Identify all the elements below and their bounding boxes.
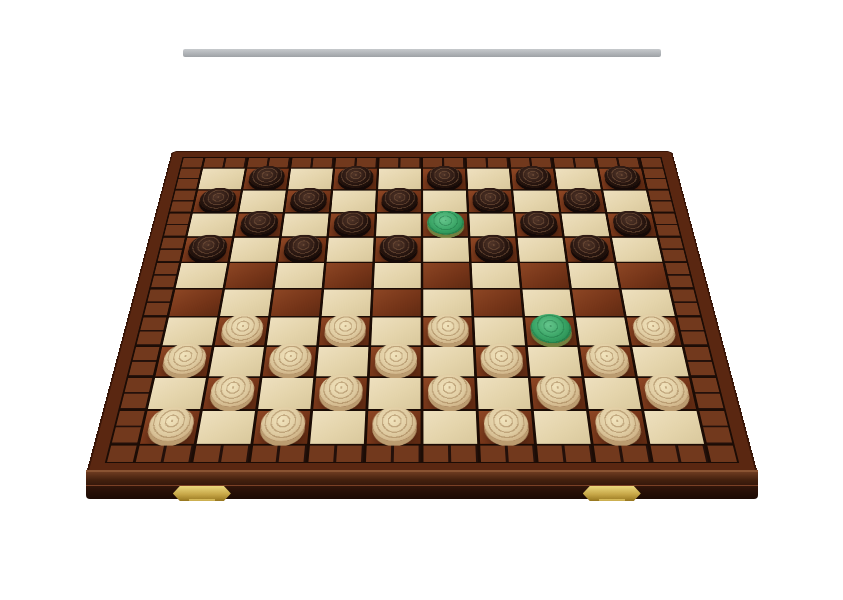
square-r7c5[interactable] (371, 317, 421, 345)
light-man[interactable] (427, 314, 468, 343)
frame-cell (308, 446, 363, 462)
square-r3c6[interactable] (423, 214, 468, 237)
square-r3c5[interactable] (376, 214, 421, 237)
square-r1c8[interactable] (511, 169, 556, 190)
square-r3c9[interactable] (561, 214, 609, 237)
square-r2c8[interactable] (513, 191, 559, 213)
square-r9c9[interactable] (584, 378, 641, 409)
dark-man[interactable] (518, 211, 558, 235)
square-r9c8[interactable] (530, 378, 585, 409)
light-man[interactable] (160, 343, 208, 374)
frame-cell (128, 347, 159, 376)
square-r10c7[interactable] (478, 411, 533, 444)
square-r3c4[interactable] (328, 214, 374, 237)
square-r6c4[interactable] (321, 290, 370, 316)
square-r7c3[interactable] (266, 317, 318, 345)
frame-cell (671, 290, 700, 316)
square-r2c9[interactable] (558, 191, 605, 213)
square-r4c5[interactable] (374, 238, 420, 262)
square-r5c1[interactable] (175, 263, 227, 288)
draughts-board (88, 152, 755, 472)
frame-cell (653, 214, 679, 237)
square-r6c1[interactable] (169, 290, 222, 316)
light-man[interactable] (371, 406, 416, 440)
light-man[interactable] (317, 374, 362, 407)
frame-cell (365, 446, 420, 462)
square-r5c2[interactable] (225, 263, 275, 288)
square-r7c8[interactable] (525, 317, 577, 345)
dark-man[interactable] (602, 166, 642, 188)
square-r8c10[interactable] (632, 347, 688, 376)
frame-cell (665, 263, 693, 288)
frame-cell (143, 290, 172, 316)
square-r1c7[interactable] (467, 169, 511, 190)
square-r5c4[interactable] (324, 263, 372, 288)
square-r1c6[interactable] (423, 169, 466, 190)
square-r10c10[interactable] (644, 411, 704, 444)
square-r8c6[interactable] (423, 347, 474, 376)
dark-man[interactable] (197, 188, 238, 211)
square-r7c6[interactable] (423, 317, 473, 345)
dark-man[interactable] (238, 211, 279, 235)
square-r2c6[interactable] (423, 191, 467, 213)
square-r1c9[interactable] (555, 169, 601, 190)
square-r5c5[interactable] (373, 263, 420, 288)
frame-cell (648, 191, 674, 213)
green-man[interactable] (528, 314, 572, 343)
square-r1c3[interactable] (288, 169, 333, 190)
square-r9c3[interactable] (258, 378, 313, 409)
square-r10c9[interactable] (588, 411, 646, 444)
square-r10c6[interactable] (423, 411, 477, 444)
square-r7c10[interactable] (626, 317, 681, 345)
light-man[interactable] (374, 343, 417, 374)
frame-cell (175, 169, 200, 190)
square-r1c10[interactable] (599, 169, 646, 190)
square-r9c10[interactable] (638, 378, 696, 409)
square-r10c4[interactable] (310, 411, 365, 444)
square-r6c6[interactable] (423, 290, 471, 316)
dark-man[interactable] (514, 166, 552, 188)
light-man[interactable] (592, 406, 642, 440)
light-man[interactable] (482, 406, 529, 440)
square-r6c9[interactable] (572, 290, 624, 316)
square-r8c4[interactable] (316, 347, 368, 376)
square-r4c6[interactable] (423, 238, 469, 262)
frame-cell (120, 378, 152, 409)
square-r9c1[interactable] (147, 378, 205, 409)
dark-man[interactable] (185, 234, 228, 259)
frame-corner (181, 158, 203, 168)
light-man[interactable] (207, 374, 255, 407)
frame-corner (640, 158, 662, 168)
square-r3c2[interactable] (234, 214, 282, 237)
square-r10c8[interactable] (533, 411, 590, 444)
dark-man[interactable] (247, 166, 286, 188)
square-r5c8[interactable] (519, 263, 568, 288)
frame-cell (135, 446, 193, 462)
frame-cell (480, 446, 535, 462)
square-r8c9[interactable] (580, 347, 635, 376)
square-r7c2[interactable] (214, 317, 267, 345)
square-r7c1[interactable] (162, 317, 217, 345)
frame-cell (593, 446, 650, 462)
dark-man[interactable] (378, 234, 416, 259)
light-man[interactable] (583, 343, 630, 374)
frame-cell (650, 446, 708, 462)
square-r5c7[interactable] (471, 263, 519, 288)
square-r8c2[interactable] (209, 347, 264, 376)
square-r4c9[interactable] (564, 238, 613, 262)
square-r6c2[interactable] (220, 290, 272, 316)
square-r1c2[interactable] (243, 169, 289, 190)
frame-cell (150, 263, 178, 288)
square-r7c4[interactable] (319, 317, 370, 345)
square-r10c3[interactable] (253, 411, 310, 444)
square-r4c7[interactable] (470, 238, 517, 262)
dark-man[interactable] (288, 188, 327, 211)
square-r4c3[interactable] (278, 238, 326, 262)
square-r4c10[interactable] (612, 238, 662, 262)
photo-canvas (0, 0, 843, 600)
dark-man[interactable] (471, 188, 509, 211)
square-r1c1[interactable] (198, 169, 245, 190)
light-man[interactable] (630, 314, 677, 343)
square-r2c5[interactable] (377, 191, 421, 213)
frame-cell (699, 411, 732, 444)
dark-man[interactable] (561, 188, 601, 211)
light-man[interactable] (267, 343, 312, 374)
frame-cell (423, 446, 478, 462)
square-r3c10[interactable] (607, 214, 656, 237)
square-r5c6[interactable] (423, 263, 470, 288)
square-r5c3[interactable] (274, 263, 323, 288)
dark-man[interactable] (332, 211, 371, 235)
square-r2c3[interactable] (285, 191, 331, 213)
dark-man[interactable] (473, 234, 513, 259)
frame-cell (677, 317, 707, 345)
square-r9c4[interactable] (313, 378, 367, 409)
light-man[interactable] (258, 406, 306, 440)
frame-cell (684, 347, 715, 376)
board-grid (104, 157, 738, 463)
square-r5c9[interactable] (568, 263, 618, 288)
square-r8c5[interactable] (369, 347, 420, 376)
square-r8c8[interactable] (527, 347, 581, 376)
square-r3c3[interactable] (281, 214, 328, 237)
frame-cell (643, 169, 668, 190)
light-man[interactable] (479, 343, 523, 374)
square-r7c9[interactable] (575, 317, 628, 345)
square-r4c2[interactable] (230, 238, 279, 262)
frame-cell (291, 158, 334, 168)
square-r9c6[interactable] (423, 378, 475, 409)
square-r6c7[interactable] (472, 290, 521, 316)
box-front-edge (86, 470, 758, 499)
square-r7c7[interactable] (474, 317, 525, 345)
square-r2c10[interactable] (603, 191, 651, 213)
square-r3c8[interactable] (515, 214, 562, 237)
frame-cell (537, 446, 593, 462)
dark-man[interactable] (426, 166, 462, 188)
frame-cell (379, 158, 421, 168)
square-r10c1[interactable] (139, 411, 199, 444)
dark-man[interactable] (380, 188, 417, 211)
square-r9c5[interactable] (368, 378, 420, 409)
square-r8c1[interactable] (155, 347, 211, 376)
square-r1c4[interactable] (333, 169, 377, 190)
frame-cell (466, 158, 508, 168)
square-r3c1[interactable] (187, 214, 236, 237)
light-man[interactable] (534, 374, 581, 407)
frame-cell (553, 158, 596, 168)
square-r4c1[interactable] (181, 238, 231, 262)
square-r1c5[interactable] (378, 169, 421, 190)
square-r2c7[interactable] (468, 191, 513, 213)
frame-cell (136, 317, 166, 345)
frame-corner (107, 446, 137, 462)
green-man[interactable] (426, 211, 463, 235)
dark-man[interactable] (336, 166, 373, 188)
frame-cell (163, 214, 189, 237)
frame-corner (707, 446, 737, 462)
square-r6c10[interactable] (621, 290, 674, 316)
dark-man[interactable] (568, 234, 610, 259)
square-r8c3[interactable] (262, 347, 316, 376)
square-r10c2[interactable] (196, 411, 254, 444)
square-r3c7[interactable] (469, 214, 515, 237)
square-r2c1[interactable] (193, 191, 241, 213)
frame-cell (691, 378, 723, 409)
frame-cell (170, 191, 196, 213)
frame-cell (111, 411, 144, 444)
frame-cell (157, 238, 184, 262)
square-r10c5[interactable] (366, 411, 420, 444)
board-wrap (88, 0, 755, 472)
square-r8c7[interactable] (475, 347, 527, 376)
square-r6c3[interactable] (270, 290, 321, 316)
frame-cell (203, 158, 246, 168)
dark-man[interactable] (610, 211, 652, 235)
frame-cell (250, 446, 306, 462)
light-man[interactable] (323, 314, 366, 343)
brass-clasp-right[interactable] (583, 486, 641, 501)
frame-cell (659, 238, 686, 262)
square-r2c4[interactable] (331, 191, 376, 213)
dark-man[interactable] (282, 234, 323, 259)
square-r9c2[interactable] (203, 378, 260, 409)
light-man[interactable] (145, 406, 196, 440)
light-man[interactable] (427, 374, 471, 407)
square-r4c4[interactable] (326, 238, 373, 262)
square-r4c8[interactable] (517, 238, 565, 262)
square-r6c5[interactable] (372, 290, 420, 316)
square-r6c8[interactable] (522, 290, 573, 316)
light-man[interactable] (219, 314, 264, 343)
square-r5c10[interactable] (616, 263, 668, 288)
brass-clasp-left[interactable] (173, 486, 231, 501)
square-r2c2[interactable] (239, 191, 286, 213)
frame-cell (193, 446, 250, 462)
light-man[interactable] (641, 374, 691, 407)
square-r9c7[interactable] (477, 378, 531, 409)
